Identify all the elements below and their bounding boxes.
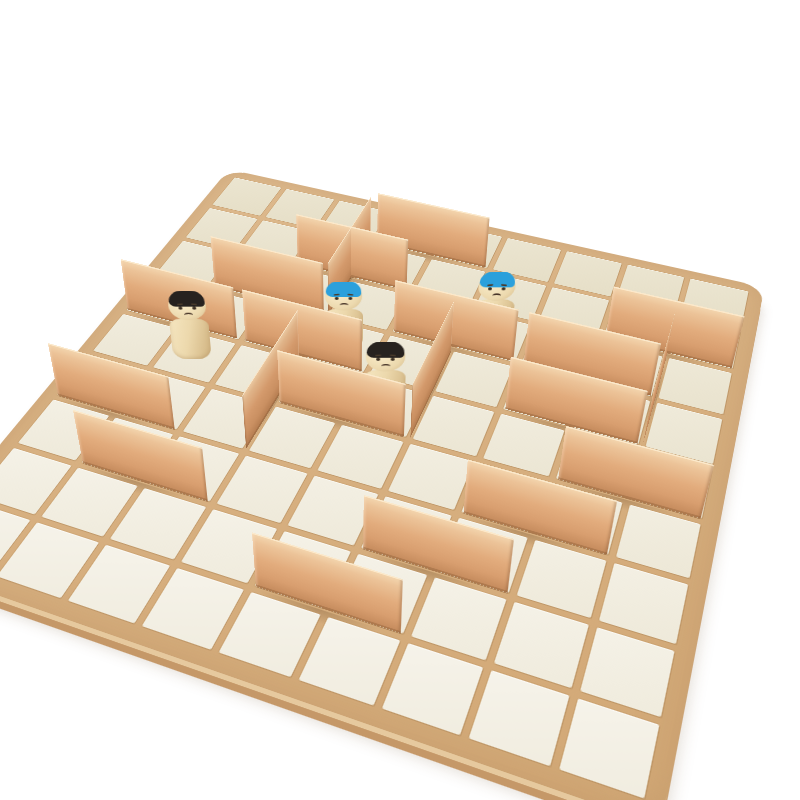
pawn-eye [335, 297, 339, 300]
pawn-hair-blue [326, 281, 362, 297]
pawn-eye [391, 358, 395, 361]
pawn-eye [376, 358, 380, 361]
pawn-hair-black [367, 341, 405, 357]
pawn-black-1[interactable] [163, 291, 213, 359]
pawn-frown-mouth [381, 364, 390, 369]
pawn-head [166, 291, 207, 320]
product-photo-stage [0, 0, 800, 800]
scene [0, 0, 800, 800]
pawn-eye [348, 297, 352, 300]
pawn-frown-mouth [492, 293, 501, 298]
pawn-head [325, 282, 363, 311]
pawn-body [169, 319, 212, 360]
pawn-head [366, 342, 406, 371]
pawn-frown-mouth [184, 313, 193, 318]
pawn-eye [178, 307, 182, 310]
pawn-eye [192, 307, 196, 310]
pawn-head [478, 272, 517, 301]
pawn-eye [488, 287, 492, 290]
quoridor-board [0, 176, 752, 800]
pawn-hair-blue [480, 271, 517, 287]
pawn-frown-mouth [340, 303, 349, 308]
pawn-hair-black [167, 290, 204, 306]
pawn-eye [502, 287, 506, 290]
